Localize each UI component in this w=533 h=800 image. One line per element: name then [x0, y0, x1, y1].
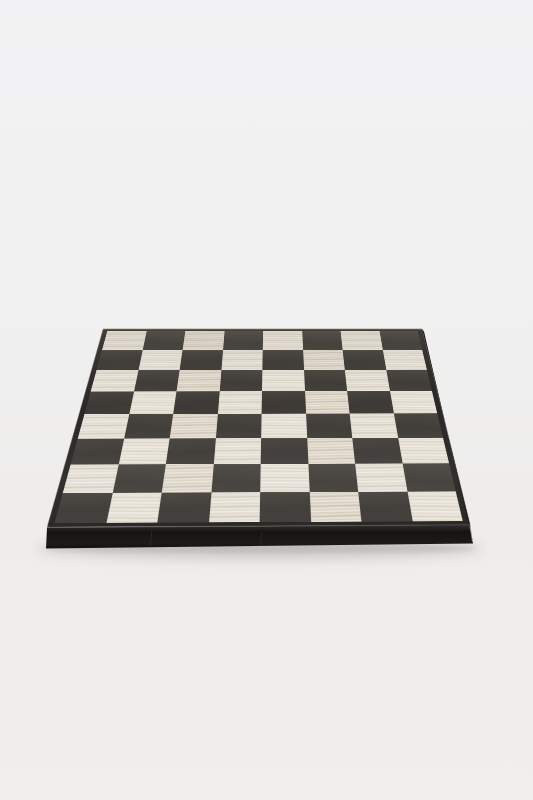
board-square-r3c2 — [173, 391, 219, 414]
board-square-r0c4 — [263, 331, 303, 350]
board-square-r3c3 — [217, 391, 262, 414]
board-square-r5c3 — [213, 438, 261, 464]
photo-background: { "game": "chess", "position": "8/8/8/8/… — [0, 0, 533, 800]
board-square-r4c3 — [215, 414, 261, 438]
board-square-r0c2 — [183, 331, 225, 350]
board-square-r6c2 — [162, 464, 214, 492]
board-square-r1c0 — [97, 350, 143, 370]
board-square-r1c6 — [343, 350, 386, 370]
board-square-r2c2 — [177, 370, 222, 391]
board-square-r3c0 — [84, 391, 133, 414]
board-square-r5c2 — [166, 438, 216, 464]
board-square-r4c4 — [261, 414, 307, 438]
board-square-r0c6 — [341, 331, 383, 350]
board-square-r3c5 — [305, 391, 350, 414]
board-square-r5c0 — [71, 438, 124, 464]
board-square-r3c6 — [347, 391, 393, 414]
corner-glint — [470, 527, 473, 542]
board-square-r7c4 — [260, 492, 311, 522]
board-square-r0c1 — [142, 331, 185, 350]
front-edge-face — [46, 525, 473, 549]
board-square-r2c0 — [91, 370, 138, 391]
board-square-r1c5 — [303, 350, 345, 370]
board-square-r7c5 — [309, 492, 361, 522]
board-square-r1c7 — [382, 350, 426, 370]
board-grid — [54, 331, 462, 523]
board-square-r5c6 — [352, 438, 402, 464]
board-square-r0c0 — [102, 331, 146, 350]
chessboard — [47, 329, 470, 527]
board-square-r7c3 — [209, 492, 261, 522]
board-square-r4c7 — [393, 413, 442, 437]
board-square-r6c3 — [211, 464, 261, 492]
board-square-r3c4 — [262, 391, 306, 414]
board-square-r7c2 — [157, 492, 211, 522]
board-square-r7c0 — [54, 492, 112, 523]
board-square-r1c4 — [262, 350, 303, 370]
board-square-r4c5 — [306, 414, 353, 438]
board-square-r5c4 — [261, 438, 308, 464]
board-square-r6c4 — [260, 464, 309, 492]
board-square-r4c6 — [350, 413, 398, 437]
board-square-r3c7 — [390, 391, 438, 414]
board-square-r1c3 — [221, 350, 263, 370]
board-square-r3c1 — [129, 391, 177, 414]
board-square-r2c3 — [219, 370, 262, 391]
board-square-r5c5 — [307, 438, 355, 464]
board-square-r7c6 — [358, 491, 412, 521]
front-face-streak — [150, 530, 152, 547]
board-square-r6c0 — [63, 464, 118, 492]
board-square-r2c4 — [262, 370, 305, 391]
board-square-r0c7 — [379, 331, 422, 350]
scene — [0, 0, 533, 800]
board-square-r1c2 — [180, 350, 223, 370]
board-square-r6c7 — [402, 463, 456, 491]
board-square-r2c7 — [386, 370, 432, 391]
board-square-r6c6 — [355, 463, 407, 491]
board-square-r4c1 — [124, 414, 173, 438]
board-square-r2c5 — [304, 370, 347, 391]
board-square-r1c1 — [138, 350, 182, 370]
board-square-r7c1 — [106, 492, 162, 523]
front-face-streak — [260, 531, 262, 546]
board-square-r7c7 — [407, 491, 463, 521]
board-square-r0c5 — [302, 331, 343, 350]
board-square-r2c6 — [345, 370, 390, 391]
board-square-r6c1 — [112, 464, 165, 492]
board-square-r4c0 — [78, 414, 129, 438]
board-square-r5c7 — [398, 437, 449, 463]
board-square-r4c2 — [170, 414, 218, 438]
board-square-r6c5 — [308, 464, 358, 492]
board-square-r0c3 — [223, 331, 263, 350]
board-square-r5c1 — [118, 438, 169, 464]
board-frame — [47, 329, 470, 527]
board-square-r2c1 — [134, 370, 180, 391]
